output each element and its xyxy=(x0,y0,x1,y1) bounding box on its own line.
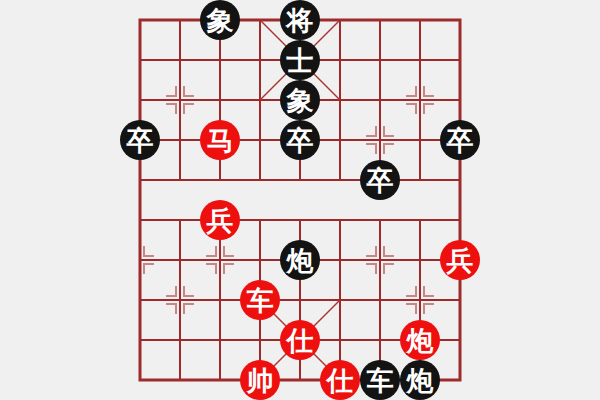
piece-red-horse[interactable]: 马 xyxy=(200,120,240,160)
piece-black-soldier-3[interactable]: 卒 xyxy=(440,120,480,160)
piece-red-advisor-1[interactable]: 仕 xyxy=(280,320,320,360)
piece-black-elephant-1[interactable]: 象 xyxy=(200,0,240,40)
piece-red-soldier-2[interactable]: 兵 xyxy=(440,240,480,280)
piece-black-elephant-2[interactable]: 象 xyxy=(280,80,320,120)
piece-black-advisor-1[interactable]: 士 xyxy=(280,40,320,80)
piece-red-cannon[interactable]: 炮 xyxy=(400,320,440,360)
piece-black-cannon-1[interactable]: 炮 xyxy=(280,240,320,280)
piece-black-cannon-2[interactable]: 炮 xyxy=(400,360,440,400)
piece-red-advisor-2[interactable]: 仕 xyxy=(320,360,360,400)
piece-red-general[interactable]: 帅 xyxy=(240,360,280,400)
xiangqi-app: 象将士象卒马卒卒卒兵炮兵车仕炮帅仕车炮 xyxy=(0,0,600,400)
piece-red-soldier-1[interactable]: 兵 xyxy=(200,200,240,240)
piece-black-soldier-1[interactable]: 卒 xyxy=(120,120,160,160)
piece-black-general[interactable]: 将 xyxy=(280,0,320,40)
piece-black-soldier-4[interactable]: 卒 xyxy=(360,160,400,200)
piece-black-chariot[interactable]: 车 xyxy=(360,360,400,400)
piece-red-chariot[interactable]: 车 xyxy=(240,280,280,320)
piece-black-soldier-2[interactable]: 卒 xyxy=(280,120,320,160)
